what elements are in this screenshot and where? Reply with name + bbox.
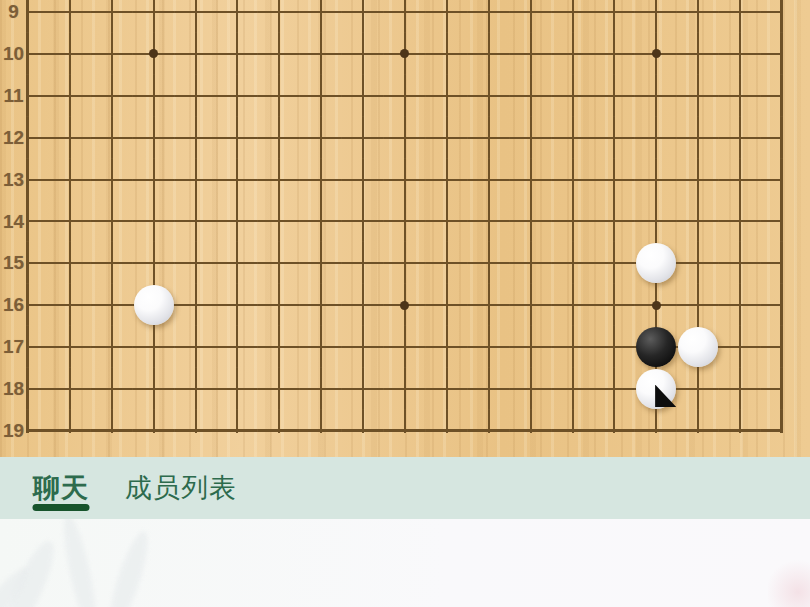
board-intersection[interactable] [510, 200, 552, 242]
board-intersection[interactable] [49, 200, 91, 242]
board-intersection[interactable] [468, 242, 510, 284]
board-intersection[interactable] [510, 159, 552, 201]
board-intersection[interactable] [761, 117, 803, 159]
row-label-14: 14 [0, 212, 27, 232]
board-intersection[interactable] [175, 75, 217, 117]
board-intersection[interactable] [133, 159, 175, 201]
board-intersection[interactable] [342, 0, 384, 33]
board-intersection[interactable] [593, 0, 635, 33]
board-intersection[interactable] [91, 410, 133, 452]
board-intersection[interactable] [342, 326, 384, 368]
board-intersection[interactable] [133, 284, 175, 326]
row-label-10: 10 [0, 44, 27, 64]
board-intersection[interactable] [552, 242, 594, 284]
board-intersection[interactable] [468, 410, 510, 452]
board-intersection[interactable] [175, 326, 217, 368]
board-intersection[interactable] [175, 159, 217, 201]
board-intersection[interactable] [635, 242, 677, 284]
board-intersection[interactable] [91, 368, 133, 410]
board-intersection[interactable] [426, 242, 468, 284]
board-intersection[interactable] [635, 33, 677, 75]
board-intersection[interactable] [384, 242, 426, 284]
board-intersection[interactable] [677, 33, 719, 75]
board-intersection[interactable] [300, 410, 342, 452]
board-intersection[interactable] [426, 326, 468, 368]
board-intersection[interactable] [468, 159, 510, 201]
board-intersection[interactable] [342, 242, 384, 284]
white-stone [636, 369, 676, 409]
board-intersection[interactable] [552, 33, 594, 75]
board-intersection[interactable] [216, 242, 258, 284]
board-intersection[interactable] [593, 159, 635, 201]
board-intersection[interactable] [468, 33, 510, 75]
star-point [149, 49, 158, 58]
board-intersection[interactable] [216, 117, 258, 159]
board-intersection[interactable] [258, 0, 300, 33]
board-intersection[interactable] [216, 410, 258, 452]
board-intersection[interactable] [342, 75, 384, 117]
board-intersection[interactable] [49, 33, 91, 75]
board-intersection[interactable] [552, 200, 594, 242]
board-intersection[interactable] [677, 200, 719, 242]
board-intersection[interactable] [593, 410, 635, 452]
board-intersection[interactable] [258, 242, 300, 284]
row-label-12: 12 [0, 128, 27, 148]
board-intersection[interactable] [677, 242, 719, 284]
board-intersection[interactable] [300, 242, 342, 284]
board-intersection[interactable] [593, 242, 635, 284]
board-intersection[interactable] [552, 368, 594, 410]
board-intersection[interactable] [91, 117, 133, 159]
board-intersection[interactable] [384, 200, 426, 242]
board-intersection[interactable] [510, 0, 552, 33]
white-stone [134, 285, 174, 325]
board-intersection[interactable] [300, 33, 342, 75]
board-intersection[interactable] [677, 75, 719, 117]
board-intersection[interactable] [761, 200, 803, 242]
board-intersection[interactable] [300, 368, 342, 410]
board-intersection[interactable] [384, 284, 426, 326]
board-intersection[interactable] [216, 200, 258, 242]
board-intersection[interactable] [258, 33, 300, 75]
board-intersection[interactable] [49, 410, 91, 452]
board-intersection[interactable] [258, 75, 300, 117]
board-intersection[interactable] [216, 75, 258, 117]
row-label-16: 16 [0, 295, 27, 315]
board-intersection[interactable] [635, 200, 677, 242]
board-intersection[interactable] [635, 159, 677, 201]
board-intersection[interactable] [761, 33, 803, 75]
board-intersection[interactable] [552, 159, 594, 201]
star-point [400, 301, 409, 310]
board-intersection[interactable] [719, 368, 761, 410]
board-intersection[interactable] [677, 326, 719, 368]
board-intersection[interactable] [342, 368, 384, 410]
board-intersection[interactable] [677, 0, 719, 33]
board-intersection[interactable] [719, 75, 761, 117]
board-intersection[interactable] [510, 410, 552, 452]
board-intersection[interactable] [133, 117, 175, 159]
board-intersection[interactable] [426, 200, 468, 242]
board-intersection[interactable] [761, 75, 803, 117]
board-intersection[interactable] [300, 200, 342, 242]
board-intersection[interactable] [258, 368, 300, 410]
board-intersection[interactable] [258, 159, 300, 201]
watermark-leaf-icon [58, 519, 103, 607]
board-intersection[interactable] [468, 117, 510, 159]
board-intersection[interactable] [175, 410, 217, 452]
board-intersection[interactable] [216, 326, 258, 368]
board-intersection[interactable] [593, 200, 635, 242]
board-intersection[interactable] [49, 368, 91, 410]
board-intersection[interactable] [426, 368, 468, 410]
board-intersection[interactable] [510, 33, 552, 75]
last-move-marker-icon [655, 385, 676, 407]
board-intersection[interactable] [384, 33, 426, 75]
board-intersection[interactable] [175, 200, 217, 242]
board-intersection[interactable] [91, 33, 133, 75]
board-intersection[interactable] [635, 326, 677, 368]
black-stone [636, 327, 676, 367]
board-intersection[interactable] [677, 159, 719, 201]
board-intersection[interactable] [593, 284, 635, 326]
white-stone [678, 327, 718, 367]
board-intersection[interactable] [761, 368, 803, 410]
board-intersection[interactable] [719, 33, 761, 75]
row-label-18: 18 [0, 379, 27, 399]
tab-chat[interactable]: 聊天 [33, 457, 89, 519]
board-intersection[interactable] [91, 75, 133, 117]
board-intersection[interactable] [593, 33, 635, 75]
board-intersection[interactable] [468, 368, 510, 410]
board-intersection[interactable] [300, 326, 342, 368]
board-intersection[interactable] [552, 117, 594, 159]
board-intersection[interactable] [133, 200, 175, 242]
board-intersection[interactable] [300, 0, 342, 33]
board-intersection[interactable] [468, 284, 510, 326]
board-intersection[interactable] [761, 0, 803, 33]
board-intersection[interactable] [258, 200, 300, 242]
board-intersection[interactable] [426, 0, 468, 33]
tab-member-list-label: 成员列表 [125, 470, 237, 506]
board-intersection[interactable] [258, 410, 300, 452]
board-intersection[interactable] [719, 242, 761, 284]
row-label-13: 13 [0, 170, 27, 190]
board-intersection[interactable] [49, 326, 91, 368]
board-intersection[interactable] [91, 242, 133, 284]
go-board[interactable]: 910111213141516171819 [0, 0, 810, 457]
board-intersection[interactable] [91, 284, 133, 326]
board-intersection[interactable] [510, 368, 552, 410]
board-intersection[interactable] [384, 368, 426, 410]
tab-bar: 聊天 成员列表 [0, 457, 810, 519]
board-intersection[interactable] [719, 200, 761, 242]
board-intersection[interactable] [426, 33, 468, 75]
board-intersection[interactable] [677, 117, 719, 159]
board-intersection[interactable] [468, 326, 510, 368]
board-intersection[interactable] [216, 368, 258, 410]
tab-member-list[interactable]: 成员列表 [125, 457, 237, 519]
board-intersection[interactable] [426, 159, 468, 201]
board-intersection[interactable] [593, 368, 635, 410]
board-intersection[interactable] [384, 117, 426, 159]
board-intersection[interactable] [384, 75, 426, 117]
board-intersection[interactable] [719, 284, 761, 326]
board-intersection[interactable] [593, 75, 635, 117]
board-intersection[interactable] [49, 117, 91, 159]
board-intersection[interactable] [635, 410, 677, 452]
board-intersection[interactable] [258, 326, 300, 368]
board-intersection[interactable] [635, 75, 677, 117]
row-label-9: 9 [0, 2, 27, 22]
board-intersection[interactable] [635, 368, 677, 410]
board-intersection[interactable] [175, 33, 217, 75]
board-intersection[interactable] [468, 75, 510, 117]
board-intersection[interactable] [426, 410, 468, 452]
board-intersection[interactable] [761, 284, 803, 326]
board-intersection[interactable] [761, 326, 803, 368]
board-intersection[interactable] [761, 410, 803, 452]
board-intersection[interactable] [133, 75, 175, 117]
board-intersection[interactable] [384, 159, 426, 201]
active-tab-underline [33, 504, 90, 511]
board-intersection[interactable] [677, 368, 719, 410]
board-intersection[interactable] [719, 326, 761, 368]
board-intersection[interactable] [593, 326, 635, 368]
board-intersection[interactable] [426, 117, 468, 159]
white-stone [636, 243, 676, 283]
board-intersection[interactable] [677, 284, 719, 326]
star-point [652, 49, 661, 58]
board-intersection[interactable] [552, 284, 594, 326]
board-intersection[interactable] [342, 159, 384, 201]
board-intersection[interactable] [216, 33, 258, 75]
board-intersection[interactable] [342, 410, 384, 452]
watermark-leaf-icon [103, 528, 155, 607]
board-intersection[interactable] [384, 0, 426, 33]
star-point [400, 49, 409, 58]
board-intersection[interactable] [49, 159, 91, 201]
go-grid [7, 0, 803, 452]
board-intersection[interactable] [426, 75, 468, 117]
board-intersection[interactable] [552, 410, 594, 452]
board-intersection[interactable] [635, 0, 677, 33]
board-intersection[interactable] [719, 159, 761, 201]
board-intersection[interactable] [175, 0, 217, 33]
board-intersection[interactable] [342, 117, 384, 159]
board-intersection[interactable] [49, 242, 91, 284]
row-label-19: 19 [0, 421, 27, 441]
board-intersection[interactable] [133, 410, 175, 452]
board-intersection[interactable] [258, 284, 300, 326]
board-intersection[interactable] [300, 159, 342, 201]
board-intersection[interactable] [552, 75, 594, 117]
board-intersection[interactable] [677, 410, 719, 452]
board-intersection[interactable] [510, 326, 552, 368]
row-label-11: 11 [0, 86, 27, 106]
board-intersection[interactable] [468, 200, 510, 242]
board-intersection[interactable] [91, 200, 133, 242]
chat-content-panel [0, 519, 810, 607]
board-intersection[interactable] [552, 326, 594, 368]
board-intersection[interactable] [719, 410, 761, 452]
board-intersection[interactable] [91, 159, 133, 201]
board-intersection[interactable] [258, 117, 300, 159]
board-intersection[interactable] [216, 159, 258, 201]
board-intersection[interactable] [91, 326, 133, 368]
star-point [652, 301, 661, 310]
board-intersection[interactable] [133, 242, 175, 284]
board-intersection[interactable] [91, 0, 133, 33]
board-intersection[interactable] [761, 242, 803, 284]
board-intersection[interactable] [133, 326, 175, 368]
board-intersection[interactable] [552, 0, 594, 33]
board-intersection[interactable] [635, 117, 677, 159]
board-intersection[interactable] [426, 284, 468, 326]
board-intersection[interactable] [49, 284, 91, 326]
board-intersection[interactable] [133, 33, 175, 75]
board-intersection[interactable] [175, 117, 217, 159]
board-intersection[interactable] [133, 0, 175, 33]
board-intersection[interactable] [216, 284, 258, 326]
board-intersection[interactable] [300, 75, 342, 117]
board-intersection[interactable] [342, 33, 384, 75]
board-intersection[interactable] [384, 326, 426, 368]
board-intersection[interactable] [635, 284, 677, 326]
row-label-17: 17 [0, 337, 27, 357]
board-intersection[interactable] [593, 117, 635, 159]
corner-tint-decoration [768, 557, 810, 607]
board-intersection[interactable] [216, 0, 258, 33]
board-intersection[interactable] [719, 117, 761, 159]
board-intersection[interactable] [175, 242, 217, 284]
board-intersection[interactable] [342, 284, 384, 326]
board-intersection[interactable] [510, 117, 552, 159]
board-intersection[interactable] [133, 368, 175, 410]
board-intersection[interactable] [384, 410, 426, 452]
board-intersection[interactable] [761, 159, 803, 201]
board-intersection[interactable] [175, 368, 217, 410]
board-intersection[interactable] [510, 284, 552, 326]
board-intersection[interactable] [510, 75, 552, 117]
board-intersection[interactable] [49, 0, 91, 33]
board-intersection[interactable] [175, 284, 217, 326]
board-intersection[interactable] [300, 117, 342, 159]
row-label-15: 15 [0, 253, 27, 273]
board-intersection[interactable] [49, 75, 91, 117]
board-intersection[interactable] [300, 284, 342, 326]
board-intersection[interactable] [510, 242, 552, 284]
board-intersection[interactable] [468, 0, 510, 33]
board-intersection[interactable] [342, 200, 384, 242]
board-intersection[interactable] [719, 0, 761, 33]
tab-chat-label: 聊天 [33, 470, 89, 506]
